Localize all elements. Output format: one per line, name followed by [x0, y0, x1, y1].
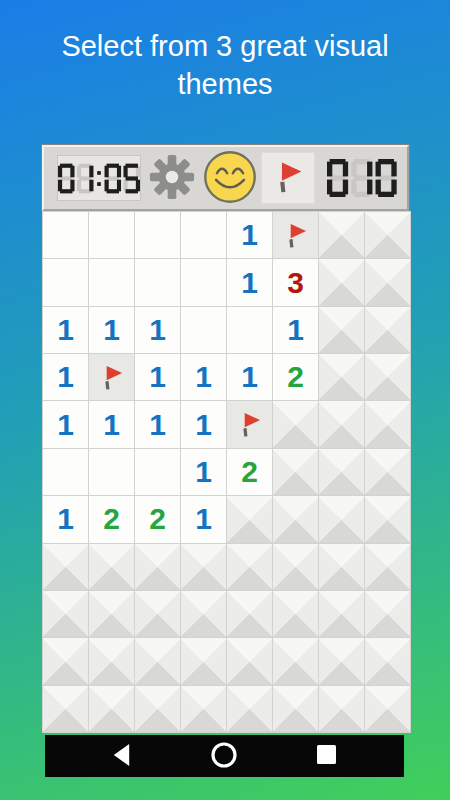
- cell-r8c5[interactable]: [227, 544, 272, 590]
- cell-r10c1[interactable]: [43, 638, 88, 684]
- mine-counter-display: [327, 159, 397, 197]
- cell-r10c8[interactable]: [365, 638, 410, 684]
- cell-number: 1: [57, 315, 74, 345]
- nav-recents-button[interactable]: [317, 745, 336, 767]
- cell-number: 1: [57, 504, 74, 534]
- cell-number: 1: [149, 362, 166, 392]
- cell-r6c8[interactable]: [365, 449, 410, 495]
- cell-number: 3: [287, 268, 304, 298]
- cell-r7c6[interactable]: [273, 496, 318, 542]
- cell-r8c8[interactable]: [365, 544, 410, 590]
- cell-r9c6[interactable]: [273, 591, 318, 637]
- cell-r11c6[interactable]: [273, 686, 318, 732]
- flag-mode-button[interactable]: [261, 152, 315, 204]
- cell-r1c2: [89, 212, 134, 258]
- cell-number: 1: [287, 315, 304, 345]
- cell-r9c4[interactable]: [181, 591, 226, 637]
- cell-r5c3: 1: [135, 401, 180, 447]
- cell-number: 2: [287, 362, 304, 392]
- cell-r3c4: [181, 307, 226, 353]
- home-circle-icon: [210, 741, 238, 772]
- back-triangle-icon: [113, 744, 130, 769]
- cell-r1c8[interactable]: [365, 212, 410, 258]
- cell-r5c8[interactable]: [365, 401, 410, 447]
- cell-r1c3: [135, 212, 180, 258]
- cell-number: 1: [241, 268, 258, 298]
- cell-r6c7[interactable]: [319, 449, 364, 495]
- flag-icon: [284, 222, 307, 249]
- cell-r2c7[interactable]: [319, 259, 364, 305]
- cell-r4c4: 1: [181, 354, 226, 400]
- cell-r10c5[interactable]: [227, 638, 272, 684]
- cell-r7c8[interactable]: [365, 496, 410, 542]
- cell-number: 1: [57, 362, 74, 392]
- cell-number: 2: [149, 504, 166, 534]
- cell-r11c4[interactable]: [181, 686, 226, 732]
- cell-r2c2: [89, 259, 134, 305]
- cell-r4c5: 1: [227, 354, 272, 400]
- cell-number: 1: [241, 220, 258, 250]
- cell-number: 1: [57, 410, 74, 440]
- title-line-2: themes: [0, 65, 450, 103]
- cell-r7c1: 1: [43, 496, 88, 542]
- cell-r1c4: [181, 212, 226, 258]
- cell-r8c2[interactable]: [89, 544, 134, 590]
- cell-r9c5[interactable]: [227, 591, 272, 637]
- cell-r9c1[interactable]: [43, 591, 88, 637]
- flag-icon: [100, 364, 123, 391]
- cell-r10c4[interactable]: [181, 638, 226, 684]
- nav-back-button[interactable]: [113, 744, 130, 769]
- cell-number: 1: [195, 410, 212, 440]
- cell-r7c2: 2: [89, 496, 134, 542]
- cell-number: 1: [195, 457, 212, 487]
- cell-r3c2: 1: [89, 307, 134, 353]
- cell-r11c3[interactable]: [135, 686, 180, 732]
- cell-r10c2[interactable]: [89, 638, 134, 684]
- title-line-1: Select from 3 great visual: [0, 27, 450, 65]
- cell-r3c8[interactable]: [365, 307, 410, 353]
- cell-r8c4[interactable]: [181, 544, 226, 590]
- cell-r6c2: [89, 449, 134, 495]
- settings-button[interactable]: [148, 155, 195, 202]
- cell-r11c1[interactable]: [43, 686, 88, 732]
- page-title: Select from 3 great visual themes: [0, 27, 450, 103]
- cell-number: 1: [195, 504, 212, 534]
- cell-r11c7[interactable]: [319, 686, 364, 732]
- cell-r6c3: [135, 449, 180, 495]
- cell-r6c4: 1: [181, 449, 226, 495]
- flag-icon: [238, 411, 261, 438]
- cell-r4c7[interactable]: [319, 354, 364, 400]
- cell-r4c3: 1: [135, 354, 180, 400]
- cell-r8c7[interactable]: [319, 544, 364, 590]
- gear-icon: [149, 154, 195, 203]
- cell-r1c1: [43, 212, 88, 258]
- cell-number: 1: [103, 410, 120, 440]
- cell-r2c4: [181, 259, 226, 305]
- cell-r2c6: 3: [273, 259, 318, 305]
- android-navbar: [45, 735, 404, 777]
- cell-r8c3[interactable]: [135, 544, 180, 590]
- cell-r9c7[interactable]: [319, 591, 364, 637]
- cell-r2c3: [135, 259, 180, 305]
- cell-r6c1: [43, 449, 88, 495]
- cell-number: 1: [149, 315, 166, 345]
- flag-icon: [273, 160, 303, 197]
- cell-r1c6[interactable]: [273, 212, 318, 258]
- cell-r4c6: 2: [273, 354, 318, 400]
- cell-r9c3[interactable]: [135, 591, 180, 637]
- cell-r7c7[interactable]: [319, 496, 364, 542]
- cell-r10c6[interactable]: [273, 638, 318, 684]
- cell-number: 1: [241, 362, 258, 392]
- timer-display: [57, 155, 141, 201]
- board: 1 1311111 11121111 121221: [42, 211, 411, 733]
- cell-r4c8[interactable]: [365, 354, 410, 400]
- cell-r9c8[interactable]: [365, 591, 410, 637]
- cell-r11c5[interactable]: [227, 686, 272, 732]
- nav-home-button[interactable]: [210, 741, 238, 772]
- cell-r7c4: 1: [181, 496, 226, 542]
- cell-r2c8[interactable]: [365, 259, 410, 305]
- cell-r3c3: 1: [135, 307, 180, 353]
- cell-r11c2[interactable]: [89, 686, 134, 732]
- cell-r7c3: 2: [135, 496, 180, 542]
- cell-r7c5[interactable]: [227, 496, 272, 542]
- cell-r1c5: 1: [227, 212, 272, 258]
- game-header-panel: [42, 145, 409, 211]
- cell-number: 1: [149, 410, 166, 440]
- cell-r4c2[interactable]: [89, 354, 134, 400]
- cell-r2c1: [43, 259, 88, 305]
- cell-number: 1: [103, 315, 120, 345]
- cell-r5c5[interactable]: [227, 401, 272, 447]
- cell-r3c7[interactable]: [319, 307, 364, 353]
- recents-square-icon: [317, 745, 336, 767]
- cell-r5c6[interactable]: [273, 401, 318, 447]
- cell-r5c1: 1: [43, 401, 88, 447]
- cell-number: 2: [103, 504, 120, 534]
- cell-r8c6[interactable]: [273, 544, 318, 590]
- smiley-face-icon: [202, 149, 258, 208]
- cell-r1c7[interactable]: [319, 212, 364, 258]
- cell-r6c5: 2: [227, 449, 272, 495]
- cell-r8c1[interactable]: [43, 544, 88, 590]
- cell-r3c6: 1: [273, 307, 318, 353]
- cell-r2c5: 1: [227, 259, 272, 305]
- cell-r4c1: 1: [43, 354, 88, 400]
- cell-r5c7[interactable]: [319, 401, 364, 447]
- cell-number: 2: [241, 457, 258, 487]
- cell-r3c1: 1: [43, 307, 88, 353]
- cell-r10c7[interactable]: [319, 638, 364, 684]
- cell-r5c2: 1: [89, 401, 134, 447]
- cell-r5c4: 1: [181, 401, 226, 447]
- cell-r11c8[interactable]: [365, 686, 410, 732]
- cell-r9c2[interactable]: [89, 591, 134, 637]
- cell-r3c5: [227, 307, 272, 353]
- smiley-reset-button[interactable]: [202, 150, 258, 206]
- cell-number: 1: [195, 362, 212, 392]
- cell-r10c3[interactable]: [135, 638, 180, 684]
- cell-r6c6[interactable]: [273, 449, 318, 495]
